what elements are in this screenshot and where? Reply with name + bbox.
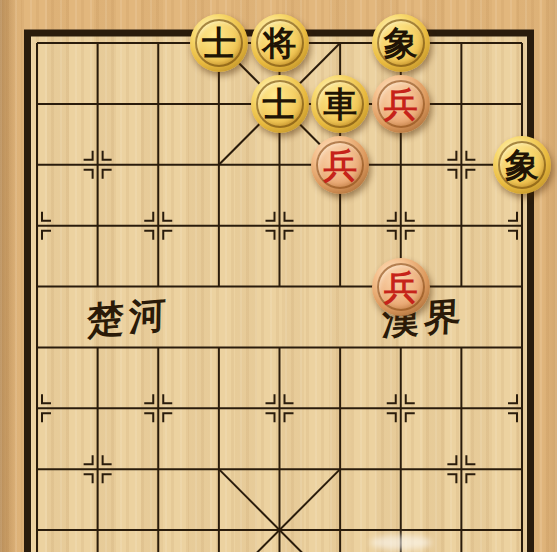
red-soldier[interactable]: 兵 <box>372 258 430 316</box>
black-general[interactable]: 将 <box>251 14 309 72</box>
black-elephant[interactable]: 象 <box>372 14 430 72</box>
piece-character: 象 <box>384 26 418 60</box>
red-soldier[interactable]: 兵 <box>311 136 369 194</box>
piece-character: 象 <box>505 148 539 182</box>
piece-character: 士 <box>263 87 297 121</box>
piece-character: 兵 <box>384 87 418 121</box>
black-advisor[interactable]: 士 <box>251 75 309 133</box>
highlight-smudge <box>370 535 432 550</box>
black-chariot[interactable]: 車 <box>311 75 369 133</box>
piece-character: 兵 <box>323 148 357 182</box>
xiangqi-board: 楚河 漢界 士将象士車兵兵象兵 <box>0 0 557 552</box>
piece-character: 士 <box>202 26 236 60</box>
piece-character: 将 <box>263 26 297 60</box>
black-advisor[interactable]: 士 <box>190 14 248 72</box>
piece-character: 兵 <box>384 270 418 304</box>
pieces-grid: 士将象士車兵兵象兵 <box>7 13 553 552</box>
piece-character: 車 <box>323 87 357 121</box>
red-soldier[interactable]: 兵 <box>372 75 430 133</box>
black-elephant[interactable]: 象 <box>493 136 551 194</box>
